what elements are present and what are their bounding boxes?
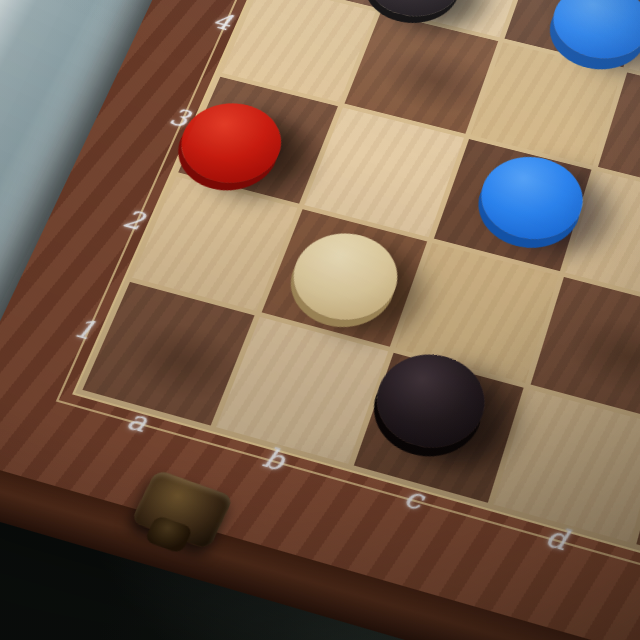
photo-scene: 12345678abcdefgh (0, 0, 640, 640)
rank-label-2: 2 (78, 194, 149, 236)
blue-piece-c3[interactable] (470, 147, 594, 250)
brass-clasp-hinge-icon (130, 469, 234, 550)
rank-label-1: 1 (27, 301, 100, 345)
rank-label-3: 3 (125, 93, 193, 132)
cream-piece-b2[interactable] (280, 223, 410, 331)
rank-label-4: 4 (170, 0, 236, 35)
